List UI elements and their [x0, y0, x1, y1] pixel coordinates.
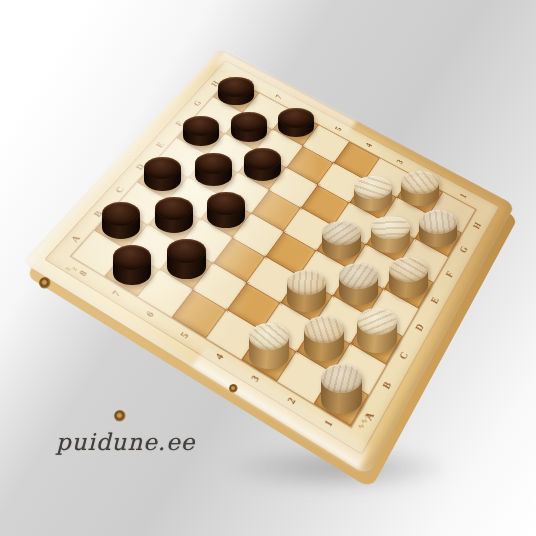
piece-top: [322, 221, 361, 245]
dark-piece-b6[interactable]: [167, 239, 206, 279]
dark-piece-h8[interactable]: [218, 77, 254, 105]
dark-piece-e7[interactable]: [195, 153, 232, 186]
light-piece-d2[interactable]: [339, 263, 378, 305]
piece-top: [339, 263, 378, 288]
piece-top: [401, 171, 439, 193]
light-piece-e1[interactable]: [389, 257, 428, 298]
product-photo: ××××××××××××××××××××××××××××××××××××××××…: [0, 0, 536, 536]
pieces-layer: [0, 0, 536, 536]
light-piece-a1[interactable]: [321, 364, 362, 414]
light-piece-f2[interactable]: [371, 216, 409, 254]
piece-top: [218, 77, 254, 97]
light-piece-b2[interactable]: [304, 316, 344, 362]
light-piece-c1[interactable]: [357, 308, 397, 353]
piece-top: [371, 216, 409, 240]
light-piece-h2[interactable]: [401, 171, 439, 206]
dark-piece-d6[interactable]: [207, 192, 245, 228]
piece-top: [102, 202, 140, 225]
piece-top: [244, 148, 281, 170]
dark-piece-h6[interactable]: [278, 108, 314, 138]
piece-top: [321, 364, 362, 393]
dark-piece-a7[interactable]: [113, 245, 152, 285]
light-piece-c3[interactable]: [287, 270, 326, 312]
piece-top: [207, 192, 245, 215]
piece-top: [167, 239, 206, 264]
piece-top: [113, 245, 152, 270]
light-piece-g3[interactable]: [354, 176, 392, 211]
piece-top: [354, 176, 392, 199]
piece-top: [231, 112, 267, 133]
dark-piece-c7[interactable]: [155, 197, 193, 234]
light-piece-a3[interactable]: [249, 323, 289, 369]
piece-top: [278, 108, 314, 129]
dark-piece-g7[interactable]: [231, 112, 267, 142]
watermark-text: puidune.ee: [56, 429, 195, 455]
piece-top: [419, 210, 457, 234]
dark-piece-f6[interactable]: [244, 148, 281, 181]
piece-top: [357, 308, 397, 335]
light-piece-e3[interactable]: [322, 221, 361, 259]
piece-top: [195, 153, 232, 175]
dark-piece-b8[interactable]: [102, 202, 140, 239]
piece-top: [304, 316, 344, 343]
dark-piece-d8[interactable]: [144, 157, 181, 191]
dark-piece-f8[interactable]: [183, 116, 219, 146]
light-piece-g1[interactable]: [419, 210, 457, 248]
